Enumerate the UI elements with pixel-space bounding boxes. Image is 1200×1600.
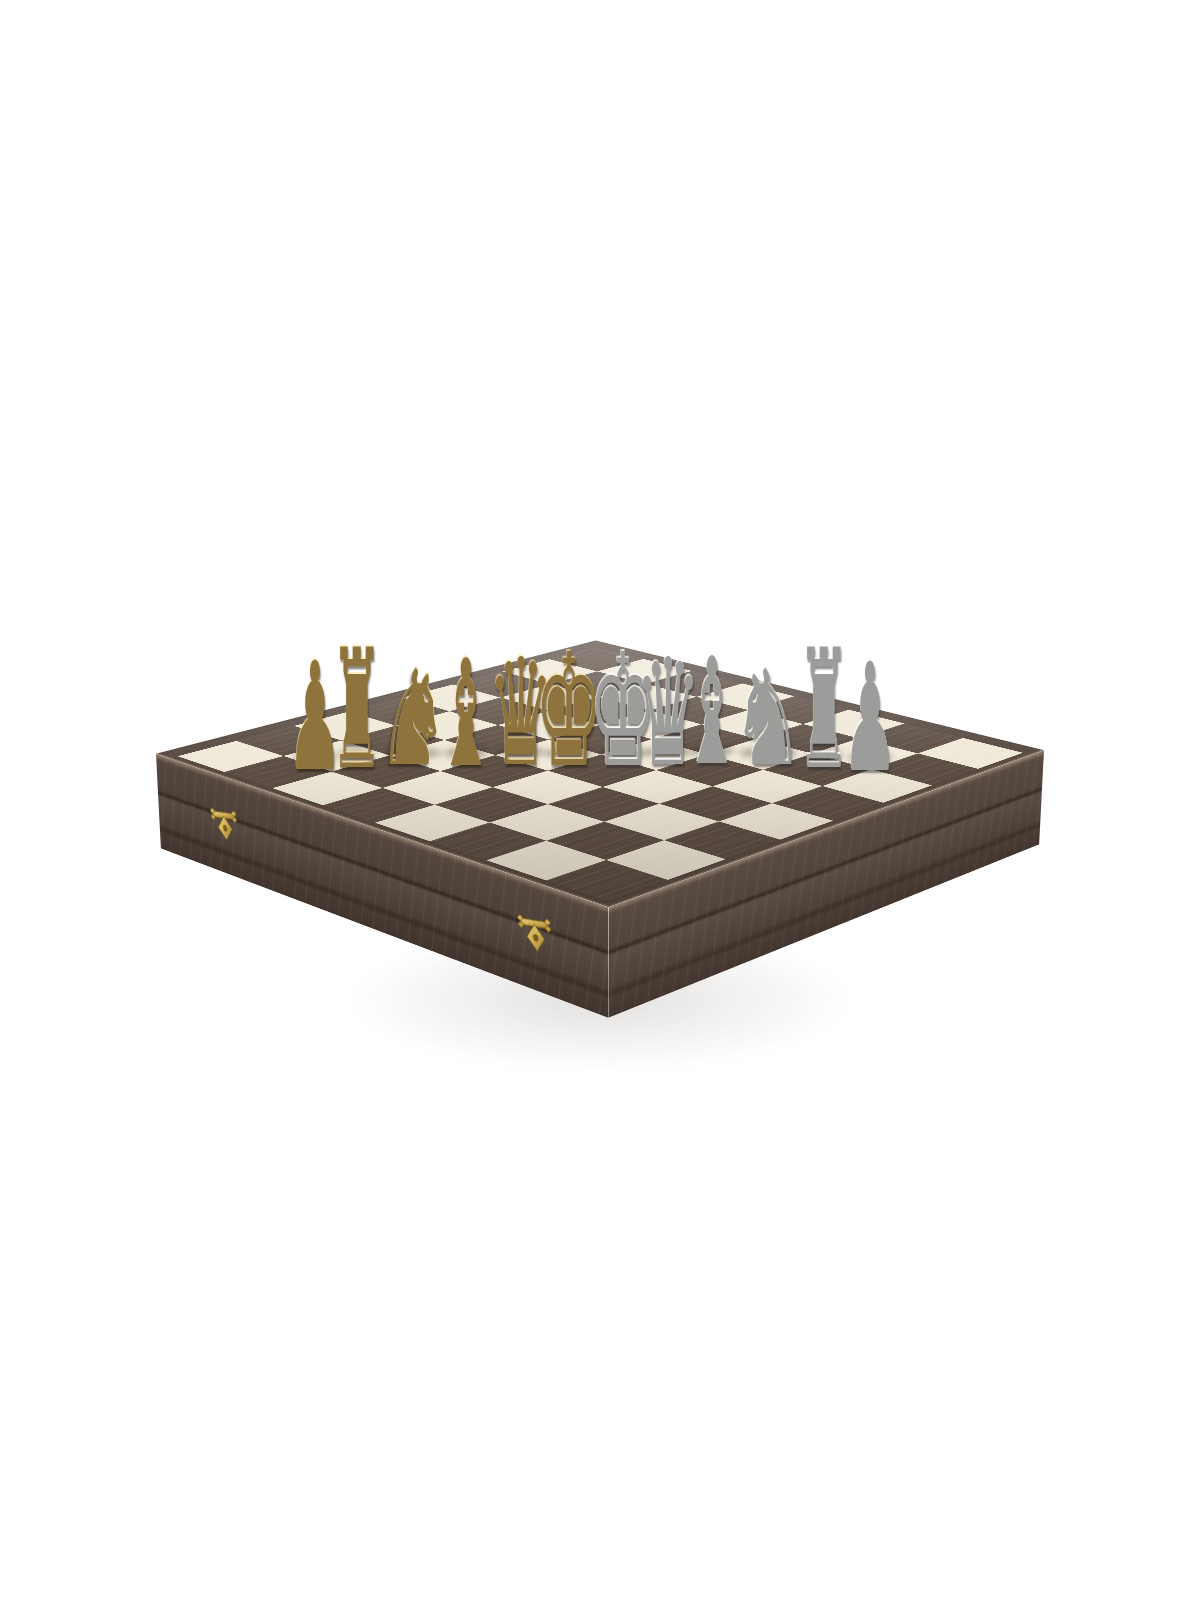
pawn-glyph: ♟ [842,643,898,793]
piece-display-row: ♟ ♜ ♞ ♝ ♛ ♚ ♚ ♛ ♝ ♞ ♜ ♟ [0,0,1200,1600]
chess-set-product-photo: ♟ ♜ ♞ ♝ ♛ ♚ ♚ ♛ ♝ ♞ ♜ ♟ [0,0,1200,1600]
piece-silver-pawn: ♟ [803,643,937,793]
